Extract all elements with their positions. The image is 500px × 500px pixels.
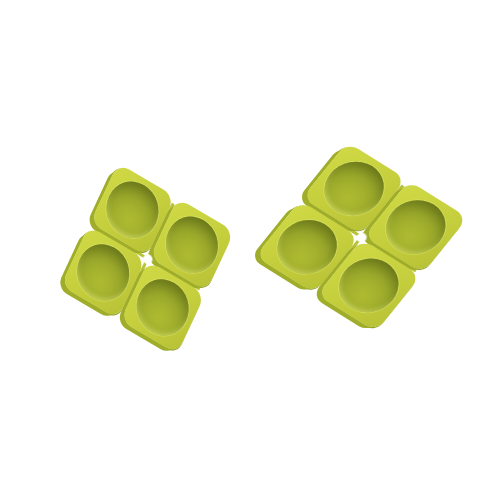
silicone-mold-left (61, 163, 235, 354)
silicone-mold-right (255, 142, 468, 332)
photo-background (0, 0, 500, 500)
